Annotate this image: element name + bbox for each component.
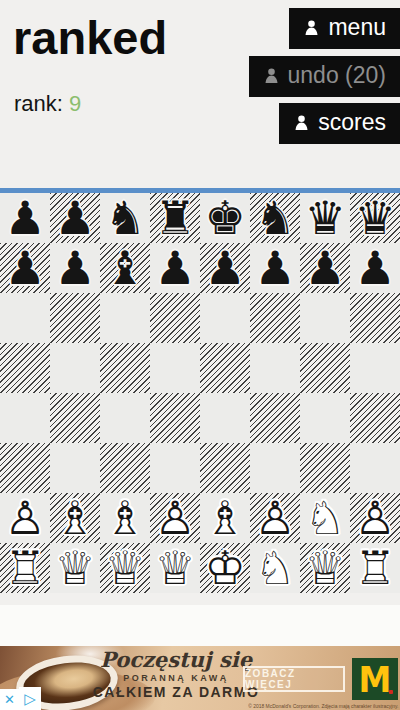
white-knight: ♞♘: [300, 493, 350, 543]
square-a7[interactable]: ♟: [0, 243, 50, 293]
rank-label: rank:: [14, 91, 63, 116]
black-pawn: ♟: [50, 193, 100, 243]
black-pawn: ♟: [200, 243, 250, 293]
square-e8[interactable]: ♚: [200, 193, 250, 243]
adchoices-icon[interactable]: ▷: [19, 687, 41, 710]
black-pawn: ♟: [250, 243, 300, 293]
below-board-spacer: [0, 593, 400, 646]
square-h2[interactable]: ♟♙: [350, 493, 400, 543]
square-c6[interactable]: [100, 293, 150, 343]
square-f2[interactable]: ♟♙: [250, 493, 300, 543]
square-e6[interactable]: [200, 293, 250, 343]
white-pawn: ♟♙: [350, 493, 400, 543]
white-queen: ♛♕: [100, 543, 150, 593]
square-f8[interactable]: ♞: [250, 193, 300, 243]
golden-arches-icon: M: [359, 662, 392, 697]
square-h6[interactable]: [350, 293, 400, 343]
white-rook: ♜♖: [0, 543, 50, 593]
black-bishop: ♝: [100, 243, 150, 293]
mcdonalds-logo: M: [352, 658, 398, 700]
square-e4[interactable]: [200, 393, 250, 443]
black-queen: ♛: [350, 193, 400, 243]
square-f7[interactable]: ♟: [250, 243, 300, 293]
square-h5[interactable]: [350, 343, 400, 393]
ad-banner[interactable]: Poczęstuj się PORANNĄ KAWĄ CAŁKIEM ZA DA…: [0, 646, 400, 710]
square-e5[interactable]: [200, 343, 250, 393]
square-c4[interactable]: [100, 393, 150, 443]
black-pawn: ♟: [0, 193, 50, 243]
square-h1[interactable]: ♜♖: [350, 543, 400, 593]
rank-display: rank: 9: [14, 91, 81, 117]
black-rook: ♜: [150, 193, 200, 243]
square-e1[interactable]: ♚♔: [200, 543, 250, 593]
black-pawn: ♟: [300, 243, 350, 293]
black-knight: ♞: [100, 193, 150, 243]
square-d6[interactable]: [150, 293, 200, 343]
square-a5[interactable]: [0, 343, 50, 393]
square-c3[interactable]: [100, 443, 150, 493]
person-icon: [304, 19, 319, 36]
chess-board: ♟♟♞♜♚♞♛♛♟♟♝♟♟♟♟♟♟♙♝♗♝♗♟♙♝♗♟♙♞♘♟♙♜♖♛♕♛♕♛♕…: [0, 193, 400, 593]
scores-button[interactable]: scores: [279, 103, 400, 144]
square-f6[interactable]: [250, 293, 300, 343]
square-d2[interactable]: ♟♙: [150, 493, 200, 543]
square-g5[interactable]: [300, 343, 350, 393]
undo-button-label: undo (20): [288, 62, 386, 89]
square-b3[interactable]: [50, 443, 100, 493]
square-d7[interactable]: ♟: [150, 243, 200, 293]
rank-value: 9: [69, 91, 81, 116]
menu-button[interactable]: menu: [289, 8, 400, 49]
square-h4[interactable]: [350, 393, 400, 443]
square-e7[interactable]: ♟: [200, 243, 250, 293]
square-e3[interactable]: [200, 443, 250, 493]
square-h3[interactable]: [350, 443, 400, 493]
white-pawn: ♟♙: [150, 493, 200, 543]
black-pawn: ♟: [350, 243, 400, 293]
square-c7[interactable]: ♝: [100, 243, 150, 293]
square-a3[interactable]: [0, 443, 50, 493]
square-f3[interactable]: [250, 443, 300, 493]
square-d4[interactable]: [150, 393, 200, 443]
black-pawn: ♟: [50, 243, 100, 293]
square-h7[interactable]: ♟: [350, 243, 400, 293]
ad-cta-button[interactable]: ZOBACZ WIĘCEJ: [243, 666, 345, 692]
square-d3[interactable]: [150, 443, 200, 493]
ad-close-icon[interactable]: ✕: [0, 689, 19, 710]
square-h8[interactable]: ♛: [350, 193, 400, 243]
square-b2[interactable]: ♝♗: [50, 493, 100, 543]
square-g2[interactable]: ♞♘: [300, 493, 350, 543]
square-g3[interactable]: [300, 443, 350, 493]
square-f5[interactable]: [250, 343, 300, 393]
square-b7[interactable]: ♟: [50, 243, 100, 293]
white-knight: ♞♘: [250, 543, 300, 593]
menu-button-label: menu: [328, 14, 386, 41]
square-g1[interactable]: ♛♕: [300, 543, 350, 593]
square-g6[interactable]: [300, 293, 350, 343]
white-pawn: ♟♙: [0, 493, 50, 543]
square-g7[interactable]: ♟: [300, 243, 350, 293]
square-g4[interactable]: [300, 393, 350, 443]
ad-legal-text: © 2018 McDonald's Corporation. Zdjęcia m…: [248, 703, 398, 709]
square-c2[interactable]: ♝♗: [100, 493, 150, 543]
square-a1[interactable]: ♜♖: [0, 543, 50, 593]
black-queen: ♛: [300, 193, 350, 243]
square-a4[interactable]: [0, 393, 50, 443]
square-c1[interactable]: ♛♕: [100, 543, 150, 593]
square-f4[interactable]: [250, 393, 300, 443]
white-pawn: ♟♙: [250, 493, 300, 543]
white-queen: ♛♕: [300, 543, 350, 593]
square-a2[interactable]: ♟♙: [0, 493, 50, 543]
square-e2[interactable]: ♝♗: [200, 493, 250, 543]
square-b4[interactable]: [50, 393, 100, 443]
scores-button-label: scores: [318, 109, 386, 136]
square-b8[interactable]: ♟: [50, 193, 100, 243]
page-title: ranked: [13, 12, 167, 64]
square-f1[interactable]: ♞♘: [250, 543, 300, 593]
white-queen: ♛♕: [50, 543, 100, 593]
white-queen: ♛♕: [150, 543, 200, 593]
square-c8[interactable]: ♞: [100, 193, 150, 243]
logo-red-mark: [389, 690, 393, 694]
undo-button[interactable]: undo (20): [249, 56, 400, 97]
black-knight: ♞: [250, 193, 300, 243]
white-bishop: ♝♗: [100, 493, 150, 543]
black-king: ♚: [200, 193, 250, 243]
person-icon: [264, 67, 279, 84]
square-b1[interactable]: ♛♕: [50, 543, 100, 593]
square-b6[interactable]: [50, 293, 100, 343]
square-g8[interactable]: ♛: [300, 193, 350, 243]
white-bishop: ♝♗: [200, 493, 250, 543]
black-pawn: ♟: [150, 243, 200, 293]
black-pawn: ♟: [0, 243, 50, 293]
white-bishop: ♝♗: [50, 493, 100, 543]
square-c5[interactable]: [100, 343, 150, 393]
white-rook: ♜♖: [350, 543, 400, 593]
square-a8[interactable]: ♟: [0, 193, 50, 243]
square-b5[interactable]: [50, 343, 100, 393]
square-a6[interactable]: [0, 293, 50, 343]
square-d8[interactable]: ♜: [150, 193, 200, 243]
person-icon: [294, 114, 309, 131]
square-d5[interactable]: [150, 343, 200, 393]
white-king: ♚♔: [200, 543, 250, 593]
square-d1[interactable]: ♛♕: [150, 543, 200, 593]
